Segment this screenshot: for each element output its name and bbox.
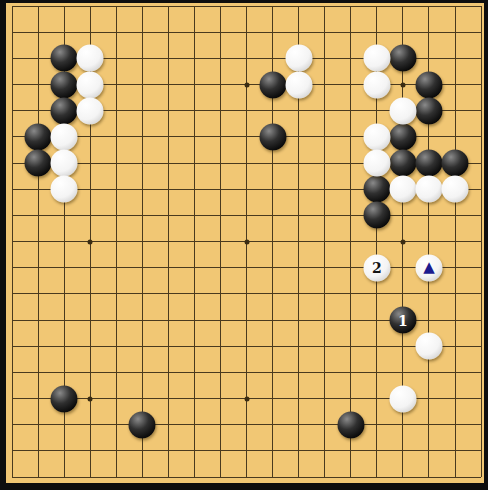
stone-white (285, 71, 312, 98)
stone-white (389, 97, 416, 124)
grid-line-horizontal (12, 346, 481, 347)
stone-white (363, 45, 390, 72)
stone-black (259, 71, 286, 98)
star-point (400, 82, 405, 87)
grid-line-horizontal (12, 477, 481, 478)
stone-white: ▲ (415, 254, 442, 281)
stone-black (259, 123, 286, 150)
grid-line-vertical (481, 6, 482, 477)
stone-white (363, 123, 390, 150)
stone-black (25, 123, 52, 150)
star-point (244, 239, 249, 244)
stone-white (363, 71, 390, 98)
stone-white (51, 150, 78, 177)
stone-black (51, 45, 78, 72)
stone-white: 2 (363, 254, 390, 281)
stone-white (389, 385, 416, 412)
stone-black (442, 150, 469, 177)
triangle-marker-icon: ▲ (423, 259, 435, 274)
stone-black (363, 202, 390, 229)
stone-white (442, 176, 469, 203)
stone-black (129, 411, 156, 438)
stone-white (77, 71, 104, 98)
stone-black (415, 150, 442, 177)
move-number-label: 1 (398, 313, 408, 327)
stone-black (389, 123, 416, 150)
go-board[interactable]: 12▲ (6, 3, 484, 483)
stone-white (51, 176, 78, 203)
star-point (88, 239, 93, 244)
star-point (400, 239, 405, 244)
stone-black (389, 45, 416, 72)
star-point (244, 396, 249, 401)
star-point (244, 82, 249, 87)
stone-white (389, 176, 416, 203)
grid-line-horizontal (12, 424, 481, 425)
stone-white (415, 176, 442, 203)
stone-black (51, 71, 78, 98)
stone-white (77, 97, 104, 124)
star-point (88, 396, 93, 401)
grid-line-vertical (324, 6, 325, 477)
stone-white (77, 45, 104, 72)
stone-black (389, 150, 416, 177)
stone-black (25, 150, 52, 177)
grid-line-vertical (350, 6, 351, 477)
stone-black: 1 (389, 307, 416, 334)
stone-black (415, 71, 442, 98)
stone-white (51, 123, 78, 150)
grid-line-horizontal (12, 293, 481, 294)
stone-black (363, 176, 390, 203)
grid-line-vertical (455, 6, 456, 477)
stone-white (415, 333, 442, 360)
stone-white (363, 150, 390, 177)
stone-black (51, 97, 78, 124)
grid-line-horizontal (12, 267, 481, 268)
stone-white (285, 45, 312, 72)
stone-black (415, 97, 442, 124)
stone-black (337, 411, 364, 438)
grid-line-horizontal (12, 372, 481, 373)
screenshot-frame: 12▲ (0, 0, 488, 490)
grid-line-horizontal (12, 450, 481, 451)
move-number-label: 2 (372, 261, 382, 275)
stone-black (51, 385, 78, 412)
